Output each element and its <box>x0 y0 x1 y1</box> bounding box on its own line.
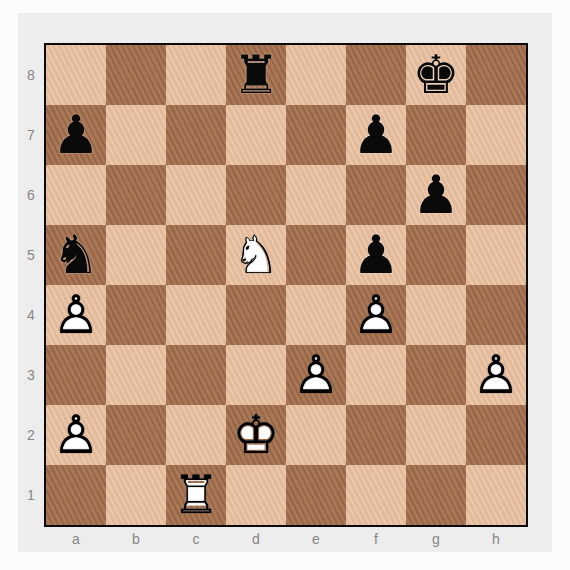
square-b7[interactable] <box>106 105 166 165</box>
square-e1[interactable] <box>286 465 346 525</box>
square-a8[interactable] <box>46 45 106 105</box>
piece-white-pawn[interactable]: ♟♙ <box>346 285 406 345</box>
file-labels: abcdefgh <box>46 528 526 550</box>
square-c7[interactable] <box>166 105 226 165</box>
king-glyph: ♚ <box>406 45 466 105</box>
square-d4[interactable] <box>226 285 286 345</box>
square-a6[interactable] <box>46 165 106 225</box>
square-g8[interactable]: ♚ <box>406 45 466 105</box>
piece-white-pawn[interactable]: ♟♙ <box>46 405 106 465</box>
rank-labels: 87654321 <box>20 45 42 525</box>
square-e5[interactable] <box>286 225 346 285</box>
chess-board[interactable]: ♜♚♟♟♟♞♞♘♟♟♙♟♙♟♙♟♙♟♙♚♔♜♖ <box>44 43 528 527</box>
square-h7[interactable] <box>466 105 526 165</box>
square-e3[interactable]: ♟♙ <box>286 345 346 405</box>
square-h2[interactable] <box>466 405 526 465</box>
knight-outline-glyph: ♘ <box>226 225 286 285</box>
pawn-outline-glyph: ♙ <box>46 405 106 465</box>
square-d1[interactable] <box>226 465 286 525</box>
square-a3[interactable] <box>46 345 106 405</box>
square-g4[interactable] <box>406 285 466 345</box>
rank-label-5: 5 <box>20 225 42 285</box>
square-b3[interactable] <box>106 345 166 405</box>
rank-label-4: 4 <box>20 285 42 345</box>
square-e6[interactable] <box>286 165 346 225</box>
square-d8[interactable]: ♜ <box>226 45 286 105</box>
square-g1[interactable] <box>406 465 466 525</box>
rook-outline-glyph: ♖ <box>166 465 226 525</box>
pawn-glyph: ♟ <box>406 165 466 225</box>
pawn-outline-glyph: ♙ <box>346 285 406 345</box>
file-label-a: a <box>46 528 106 550</box>
square-a7[interactable]: ♟ <box>46 105 106 165</box>
square-f6[interactable] <box>346 165 406 225</box>
piece-black-pawn[interactable]: ♟ <box>406 165 466 225</box>
pawn-outline-glyph: ♙ <box>286 345 346 405</box>
square-a5[interactable]: ♞ <box>46 225 106 285</box>
square-a4[interactable]: ♟♙ <box>46 285 106 345</box>
piece-white-king[interactable]: ♚♔ <box>226 405 286 465</box>
piece-black-knight[interactable]: ♞ <box>46 225 106 285</box>
square-g5[interactable] <box>406 225 466 285</box>
square-h5[interactable] <box>466 225 526 285</box>
square-f5[interactable]: ♟ <box>346 225 406 285</box>
rank-label-6: 6 <box>20 165 42 225</box>
rank-label-2: 2 <box>20 405 42 465</box>
file-label-g: g <box>406 528 466 550</box>
pawn-glyph: ♟ <box>46 105 106 165</box>
square-h6[interactable] <box>466 165 526 225</box>
square-f1[interactable] <box>346 465 406 525</box>
square-c1[interactable]: ♜♖ <box>166 465 226 525</box>
piece-white-pawn[interactable]: ♟♙ <box>286 345 346 405</box>
piece-white-pawn[interactable]: ♟♙ <box>466 345 526 405</box>
square-b8[interactable] <box>106 45 166 105</box>
square-d3[interactable] <box>226 345 286 405</box>
pawn-outline-glyph: ♙ <box>46 285 106 345</box>
square-e7[interactable] <box>286 105 346 165</box>
piece-white-rook[interactable]: ♜♖ <box>166 465 226 525</box>
square-f3[interactable] <box>346 345 406 405</box>
square-d6[interactable] <box>226 165 286 225</box>
pawn-outline-glyph: ♙ <box>466 345 526 405</box>
rook-glyph: ♜ <box>226 45 286 105</box>
file-label-f: f <box>346 528 406 550</box>
square-c8[interactable] <box>166 45 226 105</box>
square-b5[interactable] <box>106 225 166 285</box>
square-e4[interactable] <box>286 285 346 345</box>
knight-glyph: ♞ <box>46 225 106 285</box>
rank-label-8: 8 <box>20 45 42 105</box>
square-c6[interactable] <box>166 165 226 225</box>
page: 87654321 ♜♚♟♟♟♞♞♘♟♟♙♟♙♟♙♟♙♟♙♚♔♜♖ abcdefg… <box>0 0 570 570</box>
square-g3[interactable] <box>406 345 466 405</box>
file-label-e: e <box>286 528 346 550</box>
square-b1[interactable] <box>106 465 166 525</box>
piece-black-pawn[interactable]: ♟ <box>346 225 406 285</box>
square-g7[interactable] <box>406 105 466 165</box>
square-f7[interactable]: ♟ <box>346 105 406 165</box>
piece-black-pawn[interactable]: ♟ <box>346 105 406 165</box>
piece-black-pawn[interactable]: ♟ <box>46 105 106 165</box>
king-outline-glyph: ♔ <box>226 405 286 465</box>
file-label-h: h <box>466 528 526 550</box>
square-c3[interactable] <box>166 345 226 405</box>
square-h4[interactable] <box>466 285 526 345</box>
square-d7[interactable] <box>226 105 286 165</box>
rank-label-3: 3 <box>20 345 42 405</box>
piece-white-pawn[interactable]: ♟♙ <box>46 285 106 345</box>
file-label-b: b <box>106 528 166 550</box>
rank-label-1: 1 <box>20 465 42 525</box>
square-h8[interactable] <box>466 45 526 105</box>
board-panel: 87654321 ♜♚♟♟♟♞♞♘♟♟♙♟♙♟♙♟♙♟♙♚♔♜♖ abcdefg… <box>18 13 552 552</box>
square-e2[interactable] <box>286 405 346 465</box>
square-f4[interactable]: ♟♙ <box>346 285 406 345</box>
square-c4[interactable] <box>166 285 226 345</box>
square-f2[interactable] <box>346 405 406 465</box>
square-d5[interactable]: ♞♘ <box>226 225 286 285</box>
pawn-glyph: ♟ <box>346 225 406 285</box>
piece-black-king[interactable]: ♚ <box>406 45 466 105</box>
square-h1[interactable] <box>466 465 526 525</box>
square-a2[interactable]: ♟♙ <box>46 405 106 465</box>
square-b6[interactable] <box>106 165 166 225</box>
square-d2[interactable]: ♚♔ <box>226 405 286 465</box>
file-label-c: c <box>166 528 226 550</box>
rank-label-7: 7 <box>20 105 42 165</box>
pawn-glyph: ♟ <box>346 105 406 165</box>
square-a1[interactable] <box>46 465 106 525</box>
file-label-d: d <box>226 528 286 550</box>
square-h3[interactable]: ♟♙ <box>466 345 526 405</box>
square-f8[interactable] <box>346 45 406 105</box>
square-c5[interactable] <box>166 225 226 285</box>
square-g6[interactable]: ♟ <box>406 165 466 225</box>
square-g2[interactable] <box>406 405 466 465</box>
piece-black-rook[interactable]: ♜ <box>226 45 286 105</box>
square-b2[interactable] <box>106 405 166 465</box>
square-e8[interactable] <box>286 45 346 105</box>
square-b4[interactable] <box>106 285 166 345</box>
piece-white-knight[interactable]: ♞♘ <box>226 225 286 285</box>
square-c2[interactable] <box>166 405 226 465</box>
